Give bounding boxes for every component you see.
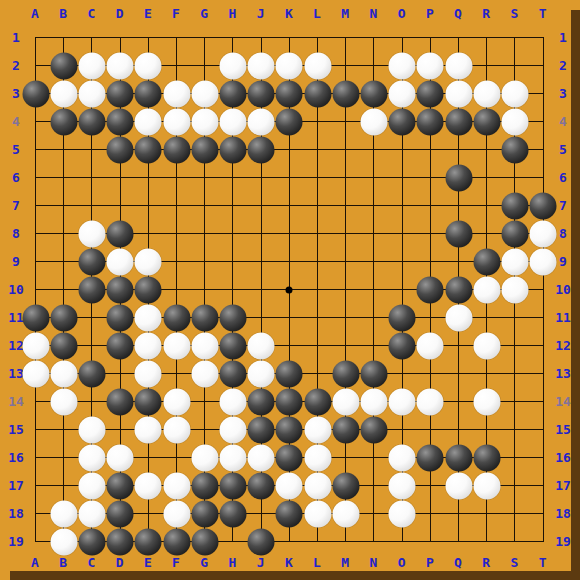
black-stone-j15	[248, 416, 275, 443]
column-label-bottom-k: K	[285, 556, 293, 569]
column-label-bottom-b: B	[59, 556, 67, 569]
column-label-bottom-e: E	[144, 556, 152, 569]
column-label-bottom-p: P	[426, 556, 434, 569]
black-stone-b12	[50, 332, 77, 359]
white-stone-s4	[501, 108, 528, 135]
black-stone-n15	[360, 416, 387, 443]
column-label-top-t: T	[539, 7, 547, 20]
black-stone-k15	[276, 416, 303, 443]
row-label-left-15: 15	[8, 423, 24, 436]
black-stone-r9	[473, 248, 500, 275]
white-stone-g13	[191, 360, 218, 387]
row-label-left-9: 9	[12, 255, 20, 268]
grid-line-vertical	[345, 37, 346, 542]
black-stone-e14	[135, 388, 162, 415]
row-label-right-15: 15	[555, 423, 571, 436]
column-label-bottom-l: L	[313, 556, 321, 569]
black-stone-p4	[417, 108, 444, 135]
column-label-bottom-r: R	[482, 556, 490, 569]
black-stone-o4	[389, 108, 416, 135]
column-label-top-l: L	[313, 7, 321, 20]
white-stone-p14	[417, 388, 444, 415]
black-stone-d14	[107, 388, 134, 415]
row-label-right-1: 1	[559, 31, 567, 44]
column-label-bottom-d: D	[116, 556, 124, 569]
white-stone-p12	[417, 332, 444, 359]
row-label-left-3: 3	[12, 87, 20, 100]
white-stone-c16	[78, 444, 105, 471]
black-stone-a11	[22, 304, 49, 331]
white-stone-b3	[50, 80, 77, 107]
white-stone-f14	[163, 388, 190, 415]
row-label-right-2: 2	[559, 59, 567, 72]
white-stone-j2	[248, 52, 275, 79]
column-label-top-j: J	[257, 7, 265, 20]
white-stone-c18	[78, 500, 105, 527]
white-stone-a12	[22, 332, 49, 359]
black-stone-k3	[276, 80, 303, 107]
white-stone-f18	[163, 500, 190, 527]
black-stone-h18	[219, 500, 246, 527]
white-stone-c8	[78, 220, 105, 247]
black-stone-e19	[135, 528, 162, 555]
column-label-bottom-m: M	[341, 556, 349, 569]
black-stone-c9	[78, 248, 105, 275]
black-stone-s5	[501, 136, 528, 163]
black-stone-m15	[332, 416, 359, 443]
column-label-top-s: S	[510, 7, 518, 20]
white-stone-j4	[248, 108, 275, 135]
white-stone-g3	[191, 80, 218, 107]
row-label-left-8: 8	[12, 227, 20, 240]
black-stone-n3	[360, 80, 387, 107]
column-label-bottom-h: H	[228, 556, 236, 569]
black-stone-d4	[107, 108, 134, 135]
white-stone-c17	[78, 472, 105, 499]
white-stone-g4	[191, 108, 218, 135]
white-stone-m18	[332, 500, 359, 527]
black-stone-d8	[107, 220, 134, 247]
black-stone-p16	[417, 444, 444, 471]
white-stone-r12	[473, 332, 500, 359]
column-label-top-q: Q	[454, 7, 462, 20]
column-label-top-c: C	[87, 7, 95, 20]
white-stone-f3	[163, 80, 190, 107]
column-label-bottom-c: C	[87, 556, 95, 569]
row-label-right-14: 14	[555, 395, 571, 408]
column-label-top-n: N	[369, 7, 377, 20]
black-stone-m17	[332, 472, 359, 499]
black-stone-g11	[191, 304, 218, 331]
white-stone-j16	[248, 444, 275, 471]
white-stone-q17	[445, 472, 472, 499]
column-label-bottom-g: G	[200, 556, 208, 569]
black-stone-f5	[163, 136, 190, 163]
black-stone-k14	[276, 388, 303, 415]
row-label-right-12: 12	[555, 339, 571, 352]
black-stone-d12	[107, 332, 134, 359]
row-label-left-2: 2	[12, 59, 20, 72]
black-stone-l14	[304, 388, 331, 415]
row-label-right-18: 18	[555, 507, 571, 520]
black-stone-s7	[501, 192, 528, 219]
black-stone-c4	[78, 108, 105, 135]
black-stone-t7	[530, 192, 557, 219]
column-label-top-o: O	[398, 7, 406, 20]
column-label-top-b: B	[59, 7, 67, 20]
column-label-top-h: H	[228, 7, 236, 20]
white-stone-s3	[501, 80, 528, 107]
black-stone-d18	[107, 500, 134, 527]
row-label-left-14: 14	[8, 395, 24, 408]
row-label-right-10: 10	[555, 283, 571, 296]
white-stone-q3	[445, 80, 472, 107]
black-stone-h12	[219, 332, 246, 359]
white-stone-l18	[304, 500, 331, 527]
column-label-top-g: G	[200, 7, 208, 20]
column-label-top-e: E	[144, 7, 152, 20]
white-stone-r17	[473, 472, 500, 499]
white-stone-h4	[219, 108, 246, 135]
white-stone-e15	[135, 416, 162, 443]
white-stone-e2	[135, 52, 162, 79]
white-stone-s10	[501, 276, 528, 303]
black-stone-d5	[107, 136, 134, 163]
row-label-right-17: 17	[555, 479, 571, 492]
white-stone-f17	[163, 472, 190, 499]
white-stone-k17	[276, 472, 303, 499]
white-stone-c15	[78, 416, 105, 443]
column-label-bottom-a: A	[31, 556, 39, 569]
white-stone-n4	[360, 108, 387, 135]
row-label-left-5: 5	[12, 143, 20, 156]
column-label-top-k: K	[285, 7, 293, 20]
column-label-top-f: F	[172, 7, 180, 20]
black-stone-d17	[107, 472, 134, 499]
white-stone-f4	[163, 108, 190, 135]
black-stone-m3	[332, 80, 359, 107]
white-stone-o2	[389, 52, 416, 79]
row-label-left-7: 7	[12, 199, 20, 212]
white-stone-t9	[530, 248, 557, 275]
column-label-bottom-o: O	[398, 556, 406, 569]
black-stone-j5	[248, 136, 275, 163]
row-label-right-13: 13	[555, 367, 571, 380]
white-stone-o18	[389, 500, 416, 527]
white-stone-k2	[276, 52, 303, 79]
row-label-left-6: 6	[12, 171, 20, 184]
white-stone-b13	[50, 360, 77, 387]
column-label-bottom-q: Q	[454, 556, 462, 569]
black-stone-q16	[445, 444, 472, 471]
black-stone-j3	[248, 80, 275, 107]
white-stone-d16	[107, 444, 134, 471]
row-label-right-11: 11	[555, 311, 571, 324]
white-stone-m14	[332, 388, 359, 415]
white-stone-e12	[135, 332, 162, 359]
white-stone-r3	[473, 80, 500, 107]
black-stone-d3	[107, 80, 134, 107]
black-stone-c13	[78, 360, 105, 387]
white-stone-o17	[389, 472, 416, 499]
board-shadow-right	[571, 10, 580, 580]
black-stone-c19	[78, 528, 105, 555]
black-stone-j17	[248, 472, 275, 499]
white-stone-h14	[219, 388, 246, 415]
white-stone-o3	[389, 80, 416, 107]
black-stone-m13	[332, 360, 359, 387]
row-label-left-4: 4	[12, 115, 20, 128]
black-stone-j19	[248, 528, 275, 555]
white-stone-e4	[135, 108, 162, 135]
row-label-left-19: 19	[8, 535, 24, 548]
white-stone-h15	[219, 416, 246, 443]
black-stone-b2	[50, 52, 77, 79]
row-label-left-18: 18	[8, 507, 24, 520]
row-label-right-7: 7	[559, 199, 567, 212]
white-stone-s9	[501, 248, 528, 275]
white-stone-c3	[78, 80, 105, 107]
white-stone-d9	[107, 248, 134, 275]
white-stone-h16	[219, 444, 246, 471]
white-stone-n14	[360, 388, 387, 415]
column-label-bottom-f: F	[172, 556, 180, 569]
board-shadow-bottom	[10, 571, 571, 580]
black-stone-o12	[389, 332, 416, 359]
go-board-panel: AABBCCDDEEFFGGHHJJKKLLMMNNOOPPQQRRSSTT11…	[0, 0, 580, 580]
column-label-top-d: D	[116, 7, 124, 20]
white-stone-j12	[248, 332, 275, 359]
black-stone-q8	[445, 220, 472, 247]
black-stone-p3	[417, 80, 444, 107]
black-stone-g19	[191, 528, 218, 555]
black-stone-d10	[107, 276, 134, 303]
white-stone-g16	[191, 444, 218, 471]
black-stone-f19	[163, 528, 190, 555]
black-stone-o11	[389, 304, 416, 331]
white-stone-b14	[50, 388, 77, 415]
white-stone-c2	[78, 52, 105, 79]
white-stone-l17	[304, 472, 331, 499]
black-stone-f11	[163, 304, 190, 331]
black-stone-e10	[135, 276, 162, 303]
black-stone-e3	[135, 80, 162, 107]
white-stone-r10	[473, 276, 500, 303]
black-stone-q4	[445, 108, 472, 135]
black-stone-q10	[445, 276, 472, 303]
black-stone-h11	[219, 304, 246, 331]
black-stone-k16	[276, 444, 303, 471]
column-label-top-m: M	[341, 7, 349, 20]
black-stone-r4	[473, 108, 500, 135]
black-stone-k13	[276, 360, 303, 387]
black-stone-h5	[219, 136, 246, 163]
white-stone-j13	[248, 360, 275, 387]
column-label-bottom-s: S	[510, 556, 518, 569]
black-stone-h3	[219, 80, 246, 107]
white-stone-q11	[445, 304, 472, 331]
black-stone-h17	[219, 472, 246, 499]
grid-line-vertical	[543, 37, 544, 542]
black-stone-b11	[50, 304, 77, 331]
row-label-right-3: 3	[559, 87, 567, 100]
white-stone-q2	[445, 52, 472, 79]
row-label-left-17: 17	[8, 479, 24, 492]
white-stone-b19	[50, 528, 77, 555]
white-stone-e11	[135, 304, 162, 331]
black-stone-a3	[22, 80, 49, 107]
star-point-k10	[286, 286, 293, 293]
column-label-top-a: A	[31, 7, 39, 20]
black-stone-j14	[248, 388, 275, 415]
white-stone-f12	[163, 332, 190, 359]
white-stone-a13	[22, 360, 49, 387]
white-stone-o16	[389, 444, 416, 471]
white-stone-d2	[107, 52, 134, 79]
black-stone-c10	[78, 276, 105, 303]
column-label-bottom-j: J	[257, 556, 265, 569]
black-stone-k4	[276, 108, 303, 135]
white-stone-l2	[304, 52, 331, 79]
black-stone-e5	[135, 136, 162, 163]
black-stone-p10	[417, 276, 444, 303]
white-stone-l15	[304, 416, 331, 443]
black-stone-g17	[191, 472, 218, 499]
black-stone-l3	[304, 80, 331, 107]
row-label-right-9: 9	[559, 255, 567, 268]
white-stone-h2	[219, 52, 246, 79]
white-stone-g12	[191, 332, 218, 359]
column-label-top-p: P	[426, 7, 434, 20]
black-stone-h13	[219, 360, 246, 387]
black-stone-g18	[191, 500, 218, 527]
row-label-right-16: 16	[555, 451, 571, 464]
white-stone-b18	[50, 500, 77, 527]
black-stone-n13	[360, 360, 387, 387]
black-stone-r16	[473, 444, 500, 471]
black-stone-g5	[191, 136, 218, 163]
white-stone-o14	[389, 388, 416, 415]
row-label-left-10: 10	[8, 283, 24, 296]
row-label-right-8: 8	[559, 227, 567, 240]
row-label-right-6: 6	[559, 171, 567, 184]
white-stone-e13	[135, 360, 162, 387]
white-stone-f15	[163, 416, 190, 443]
black-stone-k18	[276, 500, 303, 527]
white-stone-e9	[135, 248, 162, 275]
white-stone-t8	[530, 220, 557, 247]
row-label-right-5: 5	[559, 143, 567, 156]
column-label-bottom-n: N	[369, 556, 377, 569]
white-stone-p2	[417, 52, 444, 79]
row-label-left-16: 16	[8, 451, 24, 464]
black-stone-s8	[501, 220, 528, 247]
row-label-right-4: 4	[559, 115, 567, 128]
black-stone-q6	[445, 164, 472, 191]
white-stone-r14	[473, 388, 500, 415]
row-label-left-1: 1	[12, 31, 20, 44]
black-stone-d11	[107, 304, 134, 331]
white-stone-e17	[135, 472, 162, 499]
black-stone-b4	[50, 108, 77, 135]
column-label-top-r: R	[482, 7, 490, 20]
black-stone-d19	[107, 528, 134, 555]
white-stone-l16	[304, 444, 331, 471]
column-label-bottom-t: T	[539, 556, 547, 569]
row-label-right-19: 19	[555, 535, 571, 548]
